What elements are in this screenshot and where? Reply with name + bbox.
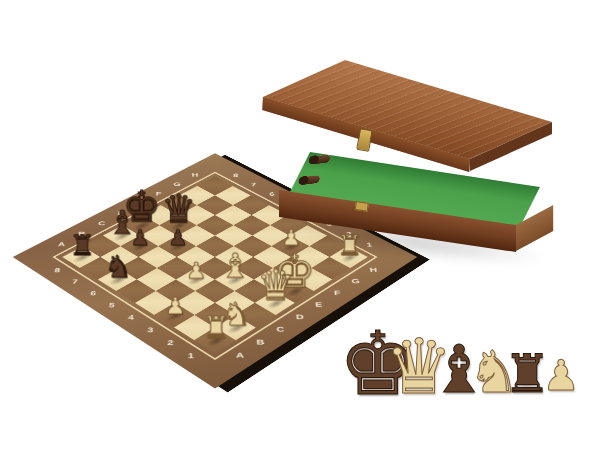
chess-set-product-photo: ♜♝♚♟♛♞♟♟♟♝♟♜♞♛♚♜ AABBCCDDEEFFGGHH1122334… [0,0,610,450]
stored-dark-piece [311,155,330,164]
storage-row-front [295,178,301,191]
box-latch-catch [355,201,369,212]
lineup-light-pawn: ♟ [542,355,580,397]
stored-dark-piece [300,175,319,184]
storage-row-back [305,157,311,170]
